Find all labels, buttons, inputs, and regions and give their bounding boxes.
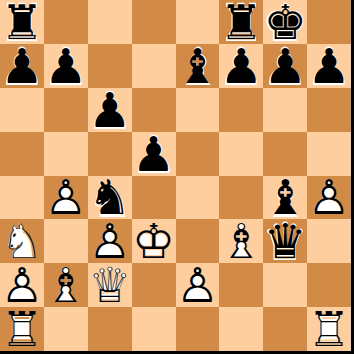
square-e6[interactable] (176, 88, 220, 132)
square-a8[interactable]: ♜♜ (0, 0, 44, 44)
pawn-glyph-under: ♟ (307, 176, 351, 220)
bishop-glyph-under: ♝ (219, 219, 263, 263)
square-a4[interactable] (0, 176, 44, 220)
square-f3[interactable]: ♝♗ (219, 219, 263, 263)
square-f5[interactable] (219, 132, 263, 176)
square-c6[interactable]: ♟♟ (88, 88, 132, 132)
pawn-glyph-under: ♟ (129, 129, 177, 177)
square-d7[interactable] (132, 44, 176, 88)
black-knight[interactable]: ♞♞ (88, 176, 132, 220)
square-c1[interactable] (88, 307, 132, 351)
square-d3[interactable]: ♚♔ (132, 219, 176, 263)
king-glyph: ♚ (263, 0, 307, 44)
square-d2[interactable] (132, 263, 176, 307)
white-knight[interactable]: ♞♘ (0, 219, 44, 263)
white-pawn[interactable]: ♟♙ (0, 263, 44, 307)
pawn-glyph: ♙ (88, 219, 132, 263)
rook-glyph: ♖ (0, 307, 44, 351)
square-e8[interactable] (176, 0, 220, 44)
black-pawn[interactable]: ♟♟ (44, 44, 88, 88)
square-e2[interactable]: ♟♙ (176, 263, 220, 307)
pawn-glyph: ♟ (132, 132, 176, 176)
black-rook[interactable]: ♜♜ (0, 0, 44, 44)
black-queen[interactable]: ♛♛ (263, 219, 307, 263)
black-pawn[interactable]: ♟♟ (132, 132, 176, 176)
pawn-glyph: ♟ (219, 44, 263, 88)
pawn-glyph-under: ♟ (88, 219, 132, 263)
square-g4[interactable]: ♝♝ (263, 176, 307, 220)
queen-glyph-under: ♛ (261, 217, 309, 265)
queen-glyph-under: ♛ (88, 263, 132, 307)
white-king[interactable]: ♚♔ (132, 219, 176, 263)
square-g5[interactable] (263, 132, 307, 176)
pawn-glyph: ♙ (44, 176, 88, 220)
pawn-glyph: ♟ (0, 44, 44, 88)
pawn-glyph-under: ♟ (0, 263, 44, 307)
square-e7[interactable]: ♝♝ (176, 44, 220, 88)
black-bishop[interactable]: ♝♝ (263, 176, 307, 220)
bishop-glyph: ♝ (176, 44, 220, 88)
square-d8[interactable] (132, 0, 176, 44)
knight-glyph: ♞ (88, 176, 132, 220)
pawn-glyph-under: ♟ (42, 42, 90, 90)
chessboard: ♜♜♜♜♚♚♟♟♟♟♝♝♟♟♟♟♟♟♟♟♟♟♟♙♞♞♝♝♟♙♞♘♟♙♚♔♝♗♛♛… (0, 0, 351, 351)
square-b6[interactable] (44, 88, 88, 132)
square-e5[interactable] (176, 132, 220, 176)
black-pawn[interactable]: ♟♟ (88, 88, 132, 132)
square-g8[interactable]: ♚♚ (263, 0, 307, 44)
square-g3[interactable]: ♛♛ (263, 219, 307, 263)
square-b5[interactable] (44, 132, 88, 176)
pawn-glyph: ♙ (0, 263, 44, 307)
white-rook[interactable]: ♜♖ (0, 307, 44, 351)
king-glyph-under: ♚ (261, 0, 309, 46)
square-e1[interactable] (176, 307, 220, 351)
square-a5[interactable] (0, 132, 44, 176)
square-d4[interactable] (132, 176, 176, 220)
pawn-glyph: ♟ (88, 88, 132, 132)
pawn-glyph-under: ♟ (176, 263, 220, 307)
square-b4[interactable]: ♟♙ (44, 176, 88, 220)
square-a7[interactable]: ♟♟ (0, 44, 44, 88)
white-bishop[interactable]: ♝♗ (219, 219, 263, 263)
black-rook[interactable]: ♜♜ (219, 0, 263, 44)
square-f4[interactable] (219, 176, 263, 220)
bishop-glyph-under: ♝ (173, 42, 221, 90)
chess-diagram: ♜♜♜♜♚♚♟♟♟♟♝♝♟♟♟♟♟♟♟♟♟♟♟♙♞♞♝♝♟♙♞♘♟♙♚♔♝♗♛♛… (0, 0, 354, 354)
rook-glyph: ♜ (0, 0, 44, 44)
square-a6[interactable] (0, 88, 44, 132)
bishop-glyph-under: ♝ (261, 173, 309, 221)
black-bishop[interactable]: ♝♝ (176, 44, 220, 88)
knight-glyph: ♘ (0, 219, 44, 263)
knight-glyph-under: ♞ (86, 173, 134, 221)
queen-glyph: ♛ (263, 219, 307, 263)
square-b3[interactable] (44, 219, 88, 263)
square-c2[interactable]: ♛♕ (88, 263, 132, 307)
rook-glyph-under: ♜ (307, 307, 351, 351)
pawn-glyph: ♙ (307, 176, 351, 220)
pawn-glyph-under: ♟ (261, 42, 309, 90)
pawn-glyph: ♟ (263, 44, 307, 88)
white-pawn[interactable]: ♟♙ (307, 176, 351, 220)
white-pawn[interactable]: ♟♙ (176, 263, 220, 307)
pawn-glyph-under: ♟ (0, 42, 46, 90)
rook-glyph: ♖ (307, 307, 351, 351)
pawn-glyph-under: ♟ (44, 176, 88, 220)
square-f8[interactable]: ♜♜ (219, 0, 263, 44)
square-e3[interactable] (176, 219, 220, 263)
square-e4[interactable] (176, 176, 220, 220)
bishop-glyph: ♗ (44, 263, 88, 307)
square-g2[interactable] (263, 263, 307, 307)
square-a1[interactable]: ♜♖ (0, 307, 44, 351)
black-pawn[interactable]: ♟♟ (307, 44, 351, 88)
square-h5[interactable] (307, 132, 351, 176)
black-king[interactable]: ♚♚ (263, 0, 307, 44)
white-pawn[interactable]: ♟♙ (44, 176, 88, 220)
square-c8[interactable] (88, 0, 132, 44)
queen-glyph: ♕ (88, 263, 132, 307)
bishop-glyph-under: ♝ (44, 263, 88, 307)
square-d5[interactable]: ♟♟ (132, 132, 176, 176)
square-h2[interactable] (307, 263, 351, 307)
bishop-glyph: ♗ (219, 219, 263, 263)
square-c4[interactable]: ♞♞ (88, 176, 132, 220)
rook-glyph-under: ♜ (0, 0, 46, 46)
square-d1[interactable] (132, 307, 176, 351)
square-f1[interactable] (219, 307, 263, 351)
square-g6[interactable] (263, 88, 307, 132)
rook-glyph-under: ♜ (0, 307, 44, 351)
square-f7[interactable]: ♟♟ (219, 44, 263, 88)
white-rook[interactable]: ♜♖ (307, 307, 351, 351)
square-b2[interactable]: ♝♗ (44, 263, 88, 307)
white-bishop[interactable]: ♝♗ (44, 263, 88, 307)
square-f2[interactable] (219, 263, 263, 307)
pawn-glyph: ♟ (307, 44, 351, 88)
pawn-glyph: ♟ (44, 44, 88, 88)
square-c3[interactable]: ♟♙ (88, 219, 132, 263)
king-glyph: ♔ (132, 219, 176, 263)
black-pawn[interactable]: ♟♟ (219, 44, 263, 88)
square-g1[interactable] (263, 307, 307, 351)
square-h4[interactable]: ♟♙ (307, 176, 351, 220)
black-pawn[interactable]: ♟♟ (263, 44, 307, 88)
square-a2[interactable]: ♟♙ (0, 263, 44, 307)
square-h8[interactable] (307, 0, 351, 44)
pawn-glyph-under: ♟ (86, 86, 134, 134)
black-pawn[interactable]: ♟♟ (0, 44, 44, 88)
rook-glyph: ♜ (219, 0, 263, 44)
pawn-glyph-under: ♟ (217, 42, 265, 90)
square-h6[interactable] (307, 88, 351, 132)
bishop-glyph: ♝ (263, 176, 307, 220)
pawn-glyph-under: ♟ (305, 42, 353, 90)
square-c5[interactable] (88, 132, 132, 176)
white-queen[interactable]: ♛♕ (88, 263, 132, 307)
square-h7[interactable]: ♟♟ (307, 44, 351, 88)
square-d6[interactable] (132, 88, 176, 132)
white-pawn[interactable]: ♟♙ (88, 219, 132, 263)
king-glyph-under: ♚ (132, 219, 176, 263)
pawn-glyph: ♙ (176, 263, 220, 307)
knight-glyph-under: ♞ (0, 219, 44, 263)
square-h3[interactable] (307, 219, 351, 263)
square-g7[interactable]: ♟♟ (263, 44, 307, 88)
rook-glyph-under: ♜ (217, 0, 265, 46)
square-a3[interactable]: ♞♘ (0, 219, 44, 263)
square-h1[interactable]: ♜♖ (307, 307, 351, 351)
square-c7[interactable] (88, 44, 132, 88)
square-b8[interactable] (44, 0, 88, 44)
square-f6[interactable] (219, 88, 263, 132)
square-b1[interactable] (44, 307, 88, 351)
square-b7[interactable]: ♟♟ (44, 44, 88, 88)
